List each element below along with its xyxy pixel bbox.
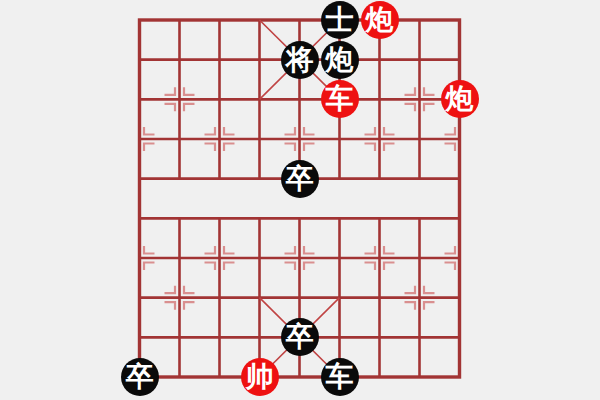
piece-black-chariot[interactable]: 车	[321, 358, 359, 396]
piece-black-soldier[interactable]: 卒	[281, 318, 319, 356]
piece-black-cannon[interactable]: 炮	[321, 41, 359, 79]
piece-red-general[interactable]: 帅	[241, 358, 279, 396]
piece-red-cannon[interactable]: 炮	[441, 80, 479, 118]
piece-red-chariot[interactable]: 车	[321, 80, 359, 118]
piece-black-general[interactable]: 将	[281, 41, 319, 79]
xiangqi-screen: 士炮将炮车炮卒卒卒帅车	[0, 0, 600, 400]
piece-black-soldier[interactable]: 卒	[121, 358, 159, 396]
board-intersections-grid: 士炮将炮车炮卒卒卒帅车	[120, 0, 480, 397]
piece-black-advisor[interactable]: 士	[321, 1, 359, 39]
piece-black-soldier[interactable]: 卒	[281, 160, 319, 198]
piece-red-cannon[interactable]: 炮	[361, 1, 399, 39]
